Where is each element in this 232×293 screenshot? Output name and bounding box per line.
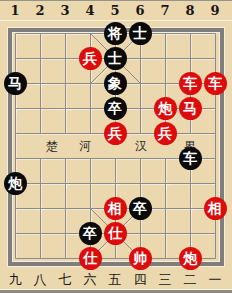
piece-red-f9r2[interactable]: 车	[204, 72, 227, 95]
file-label-top-6: 6	[128, 1, 153, 19]
file-label-bottom-5: 五	[103, 269, 128, 291]
piece-black-f4r8[interactable]: 卒	[79, 222, 102, 245]
piece-black-f8r5[interactable]: 车	[179, 147, 202, 170]
file-label-top-8: 8	[178, 1, 203, 19]
piece-black-f5r3[interactable]: 卒	[104, 97, 127, 120]
file-label-bottom-8: 二	[178, 269, 203, 291]
piece-red-f5r7[interactable]: 相	[104, 197, 127, 220]
piece-red-f9r7[interactable]: 相	[204, 197, 227, 220]
piece-black-f5r0[interactable]: 将	[104, 22, 127, 45]
board[interactable]: 将士兵士马象车车卒炮马兵兵车炮相卒相卒仕仕帅炮	[3, 21, 228, 271]
file-label-top-1: 1	[3, 1, 28, 19]
piece-red-f5r8[interactable]: 仕	[104, 222, 127, 245]
piece-red-f8r2[interactable]: 车	[179, 72, 202, 95]
file-label-top-7: 7	[153, 1, 178, 19]
file-label-bottom-6: 四	[128, 269, 153, 291]
file-label-top-2: 2	[28, 1, 53, 19]
xiangqi-app: 123456789 楚河汉界 将士兵士马象车车卒炮马兵兵车炮相卒相卒仕仕帅炮 九…	[0, 0, 232, 293]
piece-red-f7r3[interactable]: 炮	[154, 97, 177, 120]
piece-black-f1r2[interactable]: 马	[4, 72, 27, 95]
file-label-bottom-4: 六	[78, 269, 103, 291]
piece-red-f4r1[interactable]: 兵	[79, 47, 102, 70]
file-label-top-3: 3	[53, 1, 78, 19]
file-label-top-4: 4	[78, 1, 103, 19]
window-top-bevel	[0, 0, 232, 1]
piece-black-f1r6[interactable]: 炮	[4, 172, 27, 195]
bottom-file-labels: 九八七六五四三二一	[3, 269, 228, 291]
file-label-bottom-7: 三	[153, 269, 178, 291]
piece-black-f5r2[interactable]: 象	[104, 72, 127, 95]
file-label-top-9: 9	[203, 1, 228, 19]
piece-red-f8r9[interactable]: 炮	[179, 247, 202, 270]
file-label-bottom-3: 七	[53, 269, 78, 291]
piece-red-f8r3[interactable]: 马	[179, 97, 202, 120]
file-label-bottom-1: 九	[3, 269, 28, 291]
piece-black-f6r0[interactable]: 士	[129, 22, 152, 45]
piece-black-f6r7[interactable]: 卒	[129, 197, 152, 220]
file-label-bottom-9: 一	[203, 269, 228, 291]
top-file-labels: 123456789	[3, 1, 228, 19]
piece-red-f5r4[interactable]: 兵	[104, 122, 127, 145]
piece-red-f4r9[interactable]: 仕	[79, 247, 102, 270]
piece-red-f6r9[interactable]: 帅	[129, 247, 152, 270]
file-label-bottom-2: 八	[28, 269, 53, 291]
piece-black-f5r1[interactable]: 士	[104, 47, 127, 70]
piece-red-f7r4[interactable]: 兵	[154, 122, 177, 145]
file-label-top-5: 5	[103, 1, 128, 19]
